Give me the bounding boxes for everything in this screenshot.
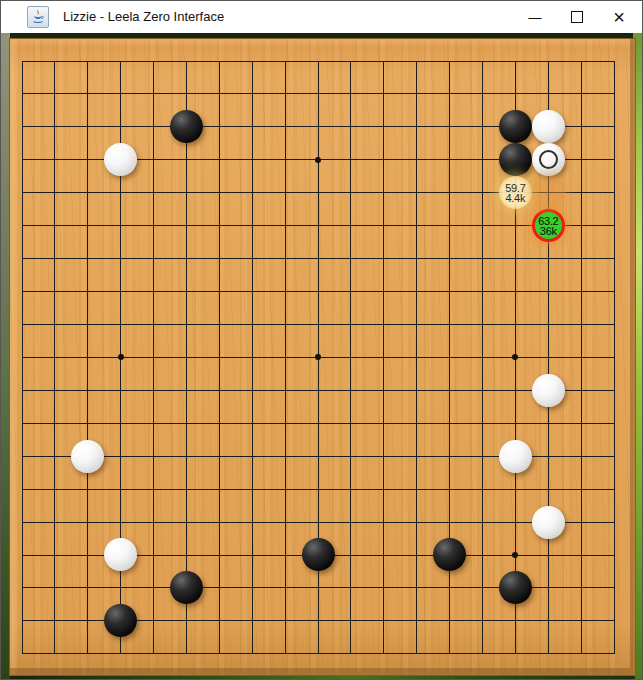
minimize-button[interactable]: —: [514, 1, 556, 33]
grid-line: [22, 653, 615, 654]
grid-line: [581, 61, 582, 655]
star-point: [512, 354, 518, 360]
stone-black-D2: [104, 604, 137, 637]
close-button[interactable]: ×: [598, 1, 640, 33]
lizzie-window: Lizzie - Leela Zero Interface — × 59.74.…: [0, 0, 643, 680]
stone-white-Q7: [499, 440, 532, 473]
stone-black-Q3: [499, 571, 532, 604]
maximize-button[interactable]: [556, 1, 598, 33]
stone-black-F3: [170, 571, 203, 604]
grid-line: [383, 61, 384, 655]
titlebar: Lizzie - Leela Zero Interface — ×: [1, 1, 642, 33]
star-point: [512, 552, 518, 558]
candidate-move-R14[interactable]: 63.236k: [532, 209, 565, 242]
grid-line: [22, 390, 615, 391]
maximize-icon: [571, 11, 583, 23]
last-move-marker: [539, 150, 558, 169]
stone-white-R5: [532, 506, 565, 539]
grid-line: [614, 61, 615, 655]
star-point: [315, 354, 321, 360]
board-layer: 59.74.4k63.236k: [1, 1, 643, 680]
stone-black-Q17: [499, 110, 532, 143]
stone-white-C7: [71, 440, 104, 473]
candidate-visits: 36k: [540, 226, 557, 236]
window-title: Lizzie - Leela Zero Interface: [63, 1, 224, 33]
stone-black-K4: [302, 538, 335, 571]
candidate-visits: 4.4k: [506, 193, 526, 203]
stone-black-O4: [433, 538, 466, 571]
candidate-move-Q15[interactable]: 59.74.4k: [499, 176, 532, 209]
stone-white-R17: [532, 110, 565, 143]
star-point: [315, 157, 321, 163]
grid-line: [22, 489, 615, 490]
grid-line: [22, 522, 615, 523]
stone-white-D4: [104, 538, 137, 571]
grid-line: [416, 61, 417, 655]
candidate-move-R15[interactable]: [532, 176, 565, 209]
window-controls: — ×: [514, 1, 640, 33]
star-point: [118, 354, 124, 360]
stone-white-R9: [532, 374, 565, 407]
grid-line: [350, 61, 351, 655]
grid-line: [22, 423, 615, 424]
stone-white-D16: [104, 143, 137, 176]
java-icon: [27, 6, 49, 28]
stone-black-F17: [170, 110, 203, 143]
stone-white-R16: [532, 143, 565, 176]
grid-line: [482, 61, 483, 655]
stone-black-Q16: [499, 143, 532, 176]
